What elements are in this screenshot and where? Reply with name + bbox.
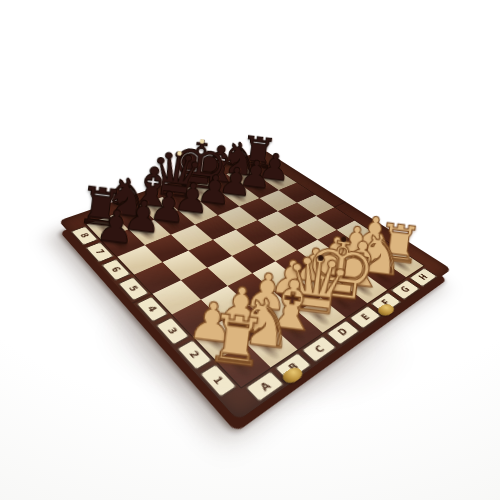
piece-black-pawn[interactable]: ♟	[93, 205, 137, 249]
rank-label-text: 2	[187, 349, 202, 360]
rank-label-text: 8	[78, 232, 91, 239]
rank-label-text: 7	[93, 248, 106, 255]
rank-label-text: 1	[210, 374, 226, 386]
rank-label-text: 6	[109, 266, 122, 274]
file-label-text: E	[359, 312, 372, 322]
photo-background: ♜♟♟♜♞♟♟♞♝♟♟♝♚♟♟♚♛♟♟♛♝♟♟♝♞♟♟♞♜♟♟♜ ABCDEFG…	[0, 0, 500, 500]
scene: ♜♟♟♜♞♟♟♞♝♟♟♝♚♟♟♚♛♟♟♛♝♟♟♝♞♟♟♞♜♟♟♜ ABCDEFG…	[0, 0, 500, 500]
rank-label-text: 5	[127, 284, 141, 293]
board-frame: ♜♟♟♜♞♟♟♞♝♟♟♝♚♟♟♚♛♟♟♛♝♟♟♝♞♟♟♞♜♟♟♜ ABCDEFG…	[58, 150, 451, 421]
chessboard: ♜♟♟♜♞♟♟♞♝♟♟♝♚♟♟♚♛♟♟♛♝♟♟♝♞♟♟♞♜♟♟♜	[87, 161, 424, 387]
file-label-text: C	[312, 343, 326, 355]
rank-label-text: 3	[165, 326, 180, 336]
piece-white-rook[interactable]: ♜	[203, 309, 268, 375]
file-label-text: D	[336, 327, 351, 338]
file-label-text: H	[417, 273, 430, 282]
file-label-text: A	[257, 379, 273, 393]
rank-label-text: 4	[145, 304, 159, 313]
file-label-text: G	[399, 285, 412, 294]
